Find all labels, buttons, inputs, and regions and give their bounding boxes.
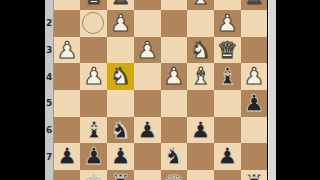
- square-a1[interactable]: [54, 0, 81, 10]
- square-c8[interactable]: ♜: [107, 170, 134, 180]
- square-b7[interactable]: ♟: [80, 143, 107, 170]
- square-e8[interactable]: ♛: [161, 170, 188, 180]
- square-d5[interactable]: [134, 90, 161, 117]
- square-c6[interactable]: ♞: [107, 117, 134, 144]
- rank-label-2: 2: [45, 10, 53, 37]
- black-pawn: ♟: [80, 143, 107, 170]
- rank-label-5: 5: [45, 90, 53, 117]
- square-d6[interactable]: ♟: [134, 117, 161, 144]
- square-e7[interactable]: ♞: [161, 143, 188, 170]
- square-f7[interactable]: [187, 143, 214, 170]
- white-pawn: ♟: [214, 10, 241, 37]
- square-f6[interactable]: ♟: [187, 117, 214, 144]
- black-knight: ♞: [161, 143, 188, 170]
- square-c4[interactable]: ♞: [107, 63, 134, 90]
- white-bishop: ♝: [187, 63, 214, 90]
- rank-label-4: 4: [45, 63, 53, 90]
- square-h2[interactable]: [241, 10, 268, 37]
- square-b5[interactable]: [80, 90, 107, 117]
- square-h6[interactable]: [241, 117, 268, 144]
- square-a6[interactable]: [54, 117, 81, 144]
- square-c7[interactable]: ♟: [107, 143, 134, 170]
- square-h5[interactable]: ♟: [241, 90, 268, 117]
- white-pawn: ♟: [241, 63, 268, 90]
- black-pawn: ♟: [54, 143, 81, 170]
- square-f8[interactable]: [187, 170, 214, 180]
- square-b8[interactable]: ♚: [80, 170, 107, 180]
- white-pawn: ♟: [54, 37, 81, 64]
- square-g1[interactable]: [214, 0, 241, 10]
- black-pawn: ♟: [134, 117, 161, 144]
- square-f2[interactable]: [187, 10, 214, 37]
- white-pawn: ♟: [134, 37, 161, 64]
- square-a3[interactable]: ♟: [54, 37, 81, 64]
- square-d8[interactable]: [134, 170, 161, 180]
- letterbox-right-bar: [276, 0, 320, 180]
- black-pawn: ♟: [107, 143, 134, 170]
- square-a2[interactable]: [54, 10, 81, 37]
- square-g4[interactable]: ♝: [214, 63, 241, 90]
- black-queen: ♛: [161, 170, 188, 180]
- square-e3[interactable]: [161, 37, 188, 64]
- square-c2[interactable]: ♟: [107, 10, 134, 37]
- square-e2[interactable]: [161, 10, 188, 37]
- black-king: ♚: [80, 170, 107, 180]
- white-pawn: ♟: [107, 10, 134, 37]
- square-c1[interactable]: ♜: [107, 0, 134, 10]
- black-pawn: ♟: [214, 143, 241, 170]
- black-bishop: ♝: [214, 63, 241, 90]
- square-a4[interactable]: [54, 63, 81, 90]
- square-d7[interactable]: [134, 143, 161, 170]
- white-knight: ♞: [107, 63, 134, 90]
- square-a7[interactable]: ♟: [54, 143, 81, 170]
- white-king: ♚: [80, 0, 107, 10]
- circle-annotation: [82, 12, 104, 34]
- square-h3[interactable]: [241, 37, 268, 64]
- square-g2[interactable]: ♟: [214, 10, 241, 37]
- white-bishop: ♝: [187, 0, 214, 10]
- square-b6[interactable]: ♝: [80, 117, 107, 144]
- black-rook: ♜: [241, 170, 268, 180]
- square-f1[interactable]: ♝: [187, 0, 214, 10]
- square-d1[interactable]: [134, 0, 161, 10]
- rank-label-7: 7: [45, 144, 53, 171]
- square-e1[interactable]: [161, 0, 188, 10]
- square-b4[interactable]: ♟: [80, 63, 107, 90]
- chess-board: ♚♜♝♜♟♟♟♟♞♛♟♞♟♝♝♟♟♝♞♟♟♟♟♟♞♟♚♜♛♜: [54, 0, 268, 180]
- black-knight: ♞: [107, 117, 134, 144]
- white-pawn: ♟: [161, 63, 188, 90]
- square-f4[interactable]: ♝: [187, 63, 214, 90]
- chess-diagram: 234567 ♚♜♝♜♟♟♟♟♞♛♟♞♟♝♝♟♟♝♞♟♟♟♟♟♞♟♚♜♛♜: [0, 0, 320, 180]
- square-g3[interactable]: ♛: [214, 37, 241, 64]
- square-h4[interactable]: ♟: [241, 63, 268, 90]
- rank-label-strip: 234567: [45, 0, 54, 180]
- square-b2[interactable]: [80, 10, 107, 37]
- square-f5[interactable]: [187, 90, 214, 117]
- square-c3[interactable]: [107, 37, 134, 64]
- square-h7[interactable]: [241, 143, 268, 170]
- white-pawn: ♟: [80, 63, 107, 90]
- black-rook: ♜: [107, 170, 134, 180]
- square-c5[interactable]: [107, 90, 134, 117]
- square-d2[interactable]: [134, 10, 161, 37]
- square-g7[interactable]: ♟: [214, 143, 241, 170]
- square-g8[interactable]: [214, 170, 241, 180]
- white-rook: ♜: [107, 0, 134, 10]
- square-e5[interactable]: [161, 90, 188, 117]
- rank-label-6: 6: [45, 117, 53, 144]
- square-h1[interactable]: ♜: [241, 0, 268, 10]
- square-e4[interactable]: ♟: [161, 63, 188, 90]
- square-d4[interactable]: [134, 63, 161, 90]
- black-bishop: ♝: [80, 117, 107, 144]
- square-f3[interactable]: ♞: [187, 37, 214, 64]
- square-d3[interactable]: ♟: [134, 37, 161, 64]
- square-b1[interactable]: ♚: [80, 0, 107, 10]
- white-knight: ♞: [187, 37, 214, 64]
- rank-label-3: 3: [45, 37, 53, 64]
- letterbox-left-bar: [0, 0, 45, 180]
- black-pawn: ♟: [241, 90, 268, 117]
- black-pawn: ♟: [187, 117, 214, 144]
- square-a8[interactable]: [54, 170, 81, 180]
- white-queen: ♛: [214, 37, 241, 64]
- square-a5[interactable]: [54, 90, 81, 117]
- square-e6[interactable]: [161, 117, 188, 144]
- square-g6[interactable]: [214, 117, 241, 144]
- white-rook: ♜: [241, 0, 268, 10]
- square-g5[interactable]: [214, 90, 241, 117]
- square-b3[interactable]: [80, 37, 107, 64]
- square-h8[interactable]: ♜: [241, 170, 268, 180]
